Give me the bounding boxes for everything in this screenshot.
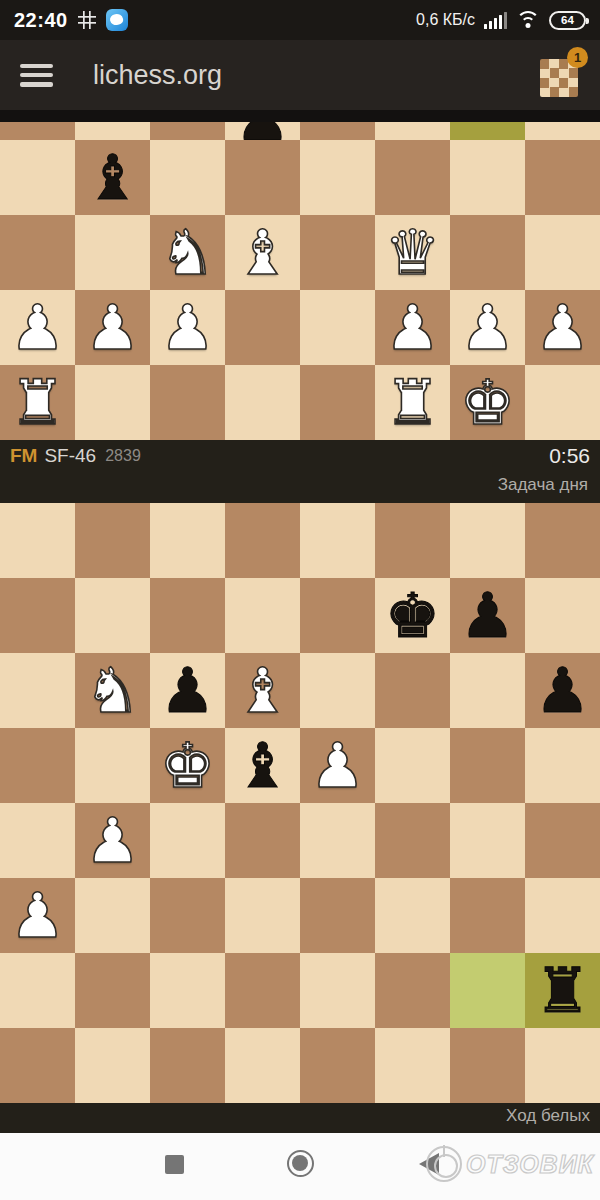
piece-black-pawn[interactable]: ♟ (525, 653, 600, 728)
battery-icon: 64 (549, 11, 586, 30)
square-c2[interactable] (150, 953, 225, 1028)
square-c4[interactable] (150, 140, 225, 215)
otzovik-text: ОТЗОВИК (466, 1150, 594, 1179)
square-a4[interactable] (0, 803, 75, 878)
turn-label: Ход белых (506, 1106, 590, 1126)
square-b5[interactable] (75, 122, 150, 140)
piece-white-rook[interactable]: ♜ (375, 365, 450, 440)
square-f4[interactable] (375, 140, 450, 215)
square-f3[interactable]: ♛ (375, 215, 450, 290)
divider (0, 110, 600, 122)
square-h5[interactable] (525, 728, 600, 803)
app-notification-icon (106, 9, 128, 31)
square-h2[interactable]: ♜ (525, 953, 600, 1028)
square-b2[interactable]: ♟ (75, 290, 150, 365)
square-b4[interactable]: ♟ (75, 803, 150, 878)
piece-black-rook[interactable]: ♜ (525, 953, 600, 1028)
menu-icon[interactable] (20, 64, 53, 87)
square-f5[interactable] (375, 122, 450, 140)
player-bar: FM SF-46 2839 0:56 Задача дня (0, 440, 600, 503)
sudoku-grid-icon (78, 11, 96, 29)
square-h7[interactable] (525, 578, 600, 653)
piece-black-king[interactable]: ♚ (375, 578, 450, 653)
signal-strength-icon (484, 12, 507, 29)
square-f7[interactable]: ♚ (375, 578, 450, 653)
square-e3[interactable] (300, 215, 375, 290)
puzzle-board[interactable]: ♚♟♞♟♝♟♚♝♟♟♟♜ (0, 503, 600, 1103)
square-a3[interactable]: ♟ (0, 878, 75, 953)
square-b6[interactable]: ♞ (75, 653, 150, 728)
square-h3[interactable] (525, 878, 600, 953)
square-g2[interactable] (450, 953, 525, 1028)
piece-white-pawn[interactable]: ♟ (525, 290, 600, 365)
piece-white-queen[interactable]: ♛ (375, 215, 450, 290)
square-g4[interactable] (450, 140, 525, 215)
square-b1[interactable] (75, 365, 150, 440)
game-board-viewport: ♟♝♞♝♛♟♟♟♟♟♟♜♜♚ (0, 122, 600, 440)
square-g4[interactable] (450, 803, 525, 878)
square-c7[interactable] (150, 578, 225, 653)
piece-black-pawn[interactable]: ♟ (450, 578, 525, 653)
square-c2[interactable]: ♟ (150, 290, 225, 365)
square-h4[interactable] (525, 140, 600, 215)
square-f4[interactable] (375, 803, 450, 878)
square-f1[interactable] (375, 1028, 450, 1103)
square-a1[interactable]: ♜ (0, 365, 75, 440)
piece-black-bishop[interactable]: ♝ (225, 728, 300, 803)
piece-white-pawn[interactable]: ♟ (150, 290, 225, 365)
square-g6[interactable] (450, 653, 525, 728)
square-c8[interactable] (150, 503, 225, 578)
square-a2[interactable] (0, 953, 75, 1028)
android-nav-bar: ОТЗОВИК (0, 1133, 600, 1200)
square-d4[interactable] (225, 140, 300, 215)
square-e6[interactable] (300, 653, 375, 728)
square-g8[interactable] (450, 503, 525, 578)
square-e2[interactable] (300, 953, 375, 1028)
piece-white-bishop[interactable]: ♝ (225, 653, 300, 728)
square-a1[interactable] (0, 1028, 75, 1103)
square-h8[interactable] (525, 503, 600, 578)
square-d1[interactable] (225, 1028, 300, 1103)
square-b5[interactable] (75, 728, 150, 803)
piece-white-rook[interactable]: ♜ (0, 365, 75, 440)
square-c4[interactable] (150, 803, 225, 878)
square-d5[interactable]: ♟ (225, 122, 300, 140)
app-header: lichess.org 1 (0, 40, 600, 110)
square-c3[interactable] (150, 878, 225, 953)
square-c1[interactable] (150, 365, 225, 440)
piece-white-knight[interactable]: ♞ (75, 653, 150, 728)
turn-strip: Ход белых (0, 1103, 600, 1133)
piece-white-pawn[interactable]: ♟ (375, 290, 450, 365)
square-e2[interactable] (300, 290, 375, 365)
square-b1[interactable] (75, 1028, 150, 1103)
square-a3[interactable] (0, 215, 75, 290)
square-f8[interactable] (375, 503, 450, 578)
square-e1[interactable] (300, 1028, 375, 1103)
player-name[interactable]: SF-46 (44, 445, 96, 467)
square-f1[interactable]: ♜ (375, 365, 450, 440)
square-h3[interactable] (525, 215, 600, 290)
square-d2[interactable] (225, 953, 300, 1028)
status-bar: 22:40 0,6 КБ/с 64 (0, 0, 600, 40)
wifi-icon (516, 11, 540, 29)
square-a8[interactable] (0, 503, 75, 578)
square-e5[interactable] (300, 122, 375, 140)
piece-white-pawn[interactable]: ♟ (0, 290, 75, 365)
square-h6[interactable]: ♟ (525, 653, 600, 728)
square-e1[interactable] (300, 365, 375, 440)
square-f6[interactable] (375, 653, 450, 728)
square-e5[interactable]: ♟ (300, 728, 375, 803)
piece-white-bishop[interactable]: ♝ (225, 215, 300, 290)
phone-screen: 22:40 0,6 КБ/с 64 lichess.org 1 ♟♝♞♝♛♟♟♟… (0, 0, 600, 1200)
square-d2[interactable] (225, 290, 300, 365)
otzovik-emblem-icon (426, 1146, 462, 1182)
square-g7[interactable]: ♟ (450, 578, 525, 653)
square-b8[interactable] (75, 503, 150, 578)
square-b4[interactable]: ♝ (75, 140, 150, 215)
square-b7[interactable] (75, 578, 150, 653)
player-title-badge: FM (10, 445, 37, 467)
square-d3[interactable]: ♝ (225, 215, 300, 290)
home-circle-icon[interactable] (287, 1150, 314, 1177)
player-rating: 2839 (105, 447, 141, 465)
square-g1[interactable]: ♚ (450, 365, 525, 440)
square-b3[interactable] (75, 878, 150, 953)
square-e8[interactable] (300, 503, 375, 578)
square-a4[interactable] (0, 140, 75, 215)
piece-black-bishop[interactable]: ♝ (75, 140, 150, 215)
square-h1[interactable] (525, 365, 600, 440)
square-c1[interactable] (150, 1028, 225, 1103)
square-a5[interactable] (0, 122, 75, 140)
notification-badge: 1 (567, 47, 588, 68)
square-f5[interactable] (375, 728, 450, 803)
square-c5[interactable]: ♚ (150, 728, 225, 803)
piece-black-pawn[interactable]: ♟ (150, 653, 225, 728)
square-b3[interactable] (75, 215, 150, 290)
square-d5[interactable]: ♝ (225, 728, 300, 803)
square-g3[interactable] (450, 215, 525, 290)
piece-white-pawn[interactable]: ♟ (0, 878, 75, 953)
clock-time: 22:40 (14, 9, 68, 32)
square-c6[interactable]: ♟ (150, 653, 225, 728)
square-g5[interactable] (450, 728, 525, 803)
square-d7[interactable] (225, 578, 300, 653)
network-speed: 0,6 КБ/с (416, 11, 475, 29)
square-h1[interactable] (525, 1028, 600, 1103)
square-a2[interactable]: ♟ (0, 290, 75, 365)
piece-white-pawn[interactable]: ♟ (75, 290, 150, 365)
puzzle-of-day-label: Задача дня (498, 475, 588, 494)
piece-white-knight[interactable]: ♞ (150, 215, 225, 290)
square-g2[interactable]: ♟ (450, 290, 525, 365)
square-f2[interactable]: ♟ (375, 290, 450, 365)
page-title: lichess.org (93, 60, 222, 91)
player-clock: 0:56 (549, 444, 590, 468)
piece-white-pawn[interactable]: ♟ (450, 290, 525, 365)
square-g1[interactable] (450, 1028, 525, 1103)
square-c3[interactable]: ♞ (150, 215, 225, 290)
square-a5[interactable] (0, 728, 75, 803)
square-a7[interactable] (0, 578, 75, 653)
square-h4[interactable] (525, 803, 600, 878)
square-e4[interactable] (300, 803, 375, 878)
square-d4[interactable] (225, 803, 300, 878)
square-g3[interactable] (450, 878, 525, 953)
square-f2[interactable] (375, 953, 450, 1028)
game-board[interactable]: ♟♝♞♝♛♟♟♟♟♟♟♜♜♚ (0, 122, 600, 440)
square-e4[interactable] (300, 140, 375, 215)
piece-white-pawn[interactable]: ♟ (300, 728, 375, 803)
battery-level: 64 (561, 14, 574, 26)
piece-white-king[interactable]: ♚ (150, 728, 225, 803)
otzovik-logo: ОТЗОВИК (426, 1146, 594, 1182)
square-e7[interactable] (300, 578, 375, 653)
square-h2[interactable]: ♟ (525, 290, 600, 365)
piece-white-pawn[interactable]: ♟ (75, 803, 150, 878)
square-d6[interactable]: ♝ (225, 653, 300, 728)
recents-square-icon[interactable] (165, 1155, 184, 1174)
piece-white-king[interactable]: ♚ (450, 365, 525, 440)
square-d8[interactable] (225, 503, 300, 578)
square-a6[interactable] (0, 653, 75, 728)
square-b2[interactable] (75, 953, 150, 1028)
square-c5[interactable] (150, 122, 225, 140)
square-d3[interactable] (225, 878, 300, 953)
square-g5[interactable] (450, 122, 525, 140)
games-button[interactable]: 1 (540, 55, 580, 95)
square-d1[interactable] (225, 365, 300, 440)
square-h5[interactable] (525, 122, 600, 140)
square-f3[interactable] (375, 878, 450, 953)
square-e3[interactable] (300, 878, 375, 953)
